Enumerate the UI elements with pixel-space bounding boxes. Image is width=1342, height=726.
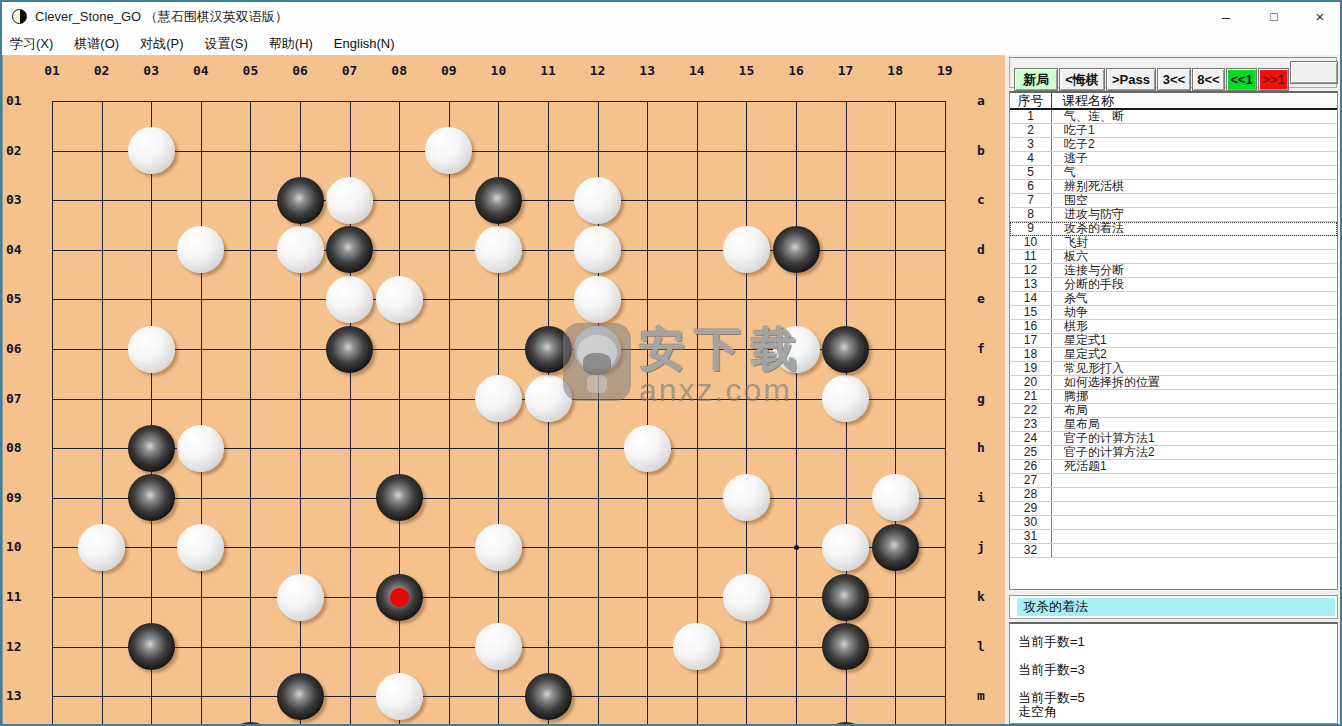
lesson-no: 7 — [1010, 194, 1052, 207]
white-stone[interactable] — [624, 425, 671, 472]
lesson-name: 杀气 — [1052, 292, 1088, 305]
message-line — [1018, 649, 1329, 663]
lesson-row[interactable]: 7围空 — [1010, 194, 1337, 208]
lesson-no: 32 — [1010, 544, 1052, 557]
message-line: 当前手数=1 — [1018, 635, 1329, 649]
grid-line-horizontal — [52, 498, 946, 499]
lesson-row[interactable]: 22布局 — [1010, 404, 1337, 418]
grid-line-horizontal — [52, 597, 946, 598]
lesson-row[interactable]: 29 — [1010, 502, 1337, 516]
col-label: 08 — [386, 63, 412, 78]
row-label-right: b — [971, 143, 991, 158]
white-stone[interactable] — [326, 177, 373, 224]
lesson-name: 吃子1 — [1052, 124, 1095, 137]
row-label-right: j — [971, 539, 991, 554]
lesson-no: 4 — [1010, 152, 1052, 165]
lesson-row[interactable]: 2吃子1 — [1010, 124, 1337, 138]
new-game-button[interactable]: 新局 — [1014, 68, 1058, 91]
lesson-name — [1052, 516, 1064, 529]
star-point — [794, 545, 799, 550]
lesson-no: 8 — [1010, 208, 1052, 221]
lesson-no: 12 — [1010, 264, 1052, 277]
row-label-left: 10 — [6, 539, 30, 554]
black-stone[interactable] — [277, 673, 324, 720]
lesson-row[interactable]: 11板六 — [1010, 250, 1337, 264]
black-stone[interactable] — [525, 326, 572, 373]
grid-line-vertical — [746, 101, 747, 724]
lesson-row[interactable]: 10飞封 — [1010, 236, 1337, 250]
lesson-row[interactable]: 6辨别死活棋 — [1010, 180, 1337, 194]
lesson-no: 10 — [1010, 236, 1052, 249]
lesson-no: 19 — [1010, 362, 1052, 375]
row-label-left: 08 — [6, 440, 30, 455]
row-label-left: 05 — [6, 291, 30, 306]
black-stone[interactable] — [525, 673, 572, 720]
lesson-name: 星定式1 — [1052, 334, 1107, 347]
lesson-name: 围空 — [1052, 194, 1088, 207]
last-move-marker — [390, 588, 409, 607]
go-board[interactable]: 0102030405060708091011121314151617181901… — [2, 55, 1005, 724]
row-label-left: 03 — [6, 192, 30, 207]
back-1-button[interactable]: <<1 — [1226, 68, 1257, 91]
row-label-right: k — [971, 589, 991, 604]
pass-button[interactable]: >Pass — [1106, 68, 1156, 91]
lesson-name: 官子的计算方法1 — [1052, 432, 1155, 445]
lesson-row[interactable]: 18星定式2 — [1010, 348, 1337, 362]
col-label: 19 — [932, 63, 958, 78]
toolbar-spacer — [1290, 61, 1338, 84]
lesson-row[interactable]: 25官子的计算方法2 — [1010, 446, 1337, 460]
lesson-no: 29 — [1010, 502, 1052, 515]
white-stone[interactable] — [177, 226, 224, 273]
lesson-row[interactable]: 30 — [1010, 516, 1337, 530]
white-stone[interactable] — [376, 276, 423, 323]
menu-item[interactable]: 帮助(H) — [261, 32, 321, 55]
menu-item[interactable]: 棋谱(O) — [66, 32, 127, 55]
white-stone[interactable] — [723, 226, 770, 273]
col-label: 04 — [188, 63, 214, 78]
lesson-no: 9 — [1010, 222, 1052, 235]
row-label-left: 02 — [6, 143, 30, 158]
menu-item[interactable]: 对战(P) — [132, 32, 191, 55]
lesson-name: 腾挪 — [1052, 390, 1088, 403]
white-stone[interactable] — [376, 673, 423, 720]
lesson-name: 攻杀的着法 — [1052, 222, 1124, 235]
row-label-right: h — [971, 440, 991, 455]
lesson-name — [1052, 544, 1064, 557]
lesson-no: 26 — [1010, 460, 1052, 473]
col-label: 01 — [39, 63, 65, 78]
toolbar: 新局<悔棋>Pass3<<8<<<<1>>1 — [1009, 57, 1337, 88]
back-3-button[interactable]: 3<< — [1157, 68, 1191, 91]
white-stone[interactable] — [425, 127, 472, 174]
lesson-row[interactable]: 4逃子 — [1010, 152, 1337, 166]
close-button[interactable]: × — [1299, 2, 1341, 32]
row-label-right: l — [971, 639, 991, 654]
lesson-no: 13 — [1010, 278, 1052, 291]
row-label-left: 06 — [6, 341, 30, 356]
lesson-name: 星布局 — [1052, 418, 1100, 431]
row-label-left: 01 — [6, 93, 30, 108]
window-title: Clever_Stone_GO （慧石围棋汉英双语版） — [35, 2, 288, 32]
white-stone[interactable] — [872, 474, 919, 521]
lesson-name — [1052, 488, 1064, 501]
grid-line-vertical — [945, 101, 946, 724]
lesson-name — [1052, 502, 1064, 515]
lesson-no: 21 — [1010, 390, 1052, 403]
menu-item[interactable]: English(N) — [326, 33, 403, 56]
grid-line-vertical — [201, 101, 202, 724]
header-name: 课程名称 — [1052, 93, 1114, 108]
col-label: 17 — [833, 63, 859, 78]
white-stone[interactable] — [574, 326, 621, 373]
white-stone[interactable] — [574, 226, 621, 273]
white-stone[interactable] — [525, 375, 572, 422]
lesson-row[interactable]: 17星定式1 — [1010, 334, 1337, 348]
watermark-subtext: anxz.com — [639, 375, 807, 405]
lesson-name: 劫争 — [1052, 306, 1088, 319]
grid-line-horizontal — [52, 151, 946, 152]
white-stone[interactable] — [475, 226, 522, 273]
grid-line-horizontal — [52, 299, 946, 300]
lesson-no: 18 — [1010, 348, 1052, 361]
black-stone[interactable] — [773, 226, 820, 273]
lesson-no: 24 — [1010, 432, 1052, 445]
row-label-left: 11 — [6, 589, 30, 604]
right-panel: 新局<悔棋>Pass3<<8<<<<1>>1 序号 课程名称 1气、连、断2吃子… — [1007, 55, 1340, 724]
forward-1-button[interactable]: >>1 — [1258, 68, 1289, 91]
grid-line-vertical — [250, 101, 251, 724]
row-label-right: c — [971, 192, 991, 207]
black-stone[interactable] — [326, 226, 373, 273]
black-stone[interactable] — [822, 326, 869, 373]
row-label-right: d — [971, 242, 991, 257]
row-label-right: e — [971, 291, 991, 306]
white-stone[interactable] — [574, 276, 621, 323]
black-stone[interactable] — [475, 177, 522, 224]
undo-button[interactable]: <悔棋 — [1059, 68, 1105, 91]
lesson-name: 死活题1 — [1052, 460, 1107, 473]
lesson-name: 飞封 — [1052, 236, 1088, 249]
current-lesson-label: 攻杀的着法 — [1017, 598, 1335, 616]
lesson-no: 15 — [1010, 306, 1052, 319]
lesson-row[interactable]: 3吃子2 — [1010, 138, 1337, 152]
lesson-no: 22 — [1010, 404, 1052, 417]
message-line: 当前手数=5 — [1018, 691, 1329, 705]
black-stone[interactable] — [822, 722, 869, 724]
black-stone[interactable] — [227, 722, 274, 724]
app-window: Clever_Stone_GO （慧石围棋汉英双语版） – □ × 学习(X)棋… — [0, 0, 1342, 726]
lesson-row[interactable]: 8进攻与防守 — [1010, 208, 1337, 222]
message-line: 当前手数=3 — [1018, 663, 1329, 677]
black-stone[interactable] — [128, 474, 175, 521]
lesson-no: 6 — [1010, 180, 1052, 193]
lesson-table: 序号 课程名称 1气、连、断2吃子13吃子24逃子5气6辨别死活棋7围空8进攻与… — [1009, 91, 1338, 590]
lesson-name: 吃子2 — [1052, 138, 1095, 151]
grid-line-vertical — [449, 101, 450, 724]
grid-line-vertical — [52, 101, 53, 724]
lesson-no: 14 — [1010, 292, 1052, 305]
black-stone[interactable] — [822, 623, 869, 670]
lesson-row[interactable]: 20如何选择拆的位置 — [1010, 376, 1337, 390]
row-label-right: f — [971, 341, 991, 356]
lesson-row[interactable]: 5气 — [1010, 166, 1337, 180]
white-stone[interactable] — [326, 276, 373, 323]
lesson-name — [1052, 530, 1064, 543]
status-box: 攻杀的着法 — [1009, 595, 1338, 619]
row-label-right: m — [971, 688, 991, 703]
grid-line-vertical — [102, 101, 103, 724]
row-label-right: a — [971, 93, 991, 108]
row-label-left: 07 — [6, 391, 30, 406]
lesson-row[interactable]: 32 — [1010, 544, 1337, 558]
lesson-name: 常见形打入 — [1052, 362, 1124, 375]
menu-item[interactable]: 设置(S) — [196, 32, 255, 55]
lesson-no: 27 — [1010, 474, 1052, 487]
white-stone[interactable] — [574, 177, 621, 224]
grid-line-vertical — [895, 101, 896, 724]
lesson-name: 棋形 — [1052, 320, 1088, 333]
row-label-right: g — [971, 391, 991, 406]
grid-line-vertical — [399, 101, 400, 724]
message-line: 走空角 — [1018, 705, 1329, 719]
title-bar: Clever_Stone_GO （慧石围棋汉英双语版） – □ × — [2, 2, 1340, 32]
white-stone[interactable] — [78, 524, 125, 571]
lesson-no: 1 — [1010, 110, 1052, 123]
black-stone[interactable] — [128, 425, 175, 472]
lesson-no: 28 — [1010, 488, 1052, 501]
message-box: 当前手数=1 当前手数=3 当前手数=5走空角 — [1009, 622, 1338, 724]
col-label: 13 — [634, 63, 660, 78]
row-label-left: 04 — [6, 242, 30, 257]
lesson-no: 17 — [1010, 334, 1052, 347]
white-stone[interactable] — [128, 127, 175, 174]
white-stone[interactable] — [277, 226, 324, 273]
lesson-row[interactable]: 27 — [1010, 474, 1337, 488]
message-line — [1018, 677, 1329, 691]
black-stone[interactable] — [872, 524, 919, 571]
white-stone[interactable] — [277, 574, 324, 621]
lesson-no: 25 — [1010, 446, 1052, 459]
col-label: 02 — [89, 63, 115, 78]
white-stone[interactable] — [475, 375, 522, 422]
header-no: 序号 — [1010, 93, 1052, 108]
col-label: 16 — [783, 63, 809, 78]
col-label: 05 — [237, 63, 263, 78]
lesson-name: 逃子 — [1052, 152, 1088, 165]
lesson-row[interactable]: 9攻杀的着法 — [1010, 222, 1337, 236]
col-label: 14 — [684, 63, 710, 78]
minimize-button[interactable]: – — [1205, 2, 1247, 32]
lesson-row[interactable]: 14杀气 — [1010, 292, 1337, 306]
black-stone[interactable] — [326, 326, 373, 373]
lesson-row[interactable]: 28 — [1010, 488, 1337, 502]
white-stone[interactable] — [773, 326, 820, 373]
lesson-name: 板六 — [1052, 250, 1088, 263]
lesson-row[interactable]: 26死活题1 — [1010, 460, 1337, 474]
white-stone[interactable] — [128, 326, 175, 373]
col-label: 10 — [485, 63, 511, 78]
lesson-no: 31 — [1010, 530, 1052, 543]
lesson-row[interactable]: 23星布局 — [1010, 418, 1337, 432]
lesson-no: 2 — [1010, 124, 1052, 137]
col-label: 06 — [287, 63, 313, 78]
lesson-name: 气、连、断 — [1052, 110, 1124, 123]
lesson-no: 3 — [1010, 138, 1052, 151]
black-stone[interactable] — [376, 574, 423, 621]
app-logo-icon — [12, 9, 27, 24]
lesson-row[interactable]: 1气、连、断 — [1010, 110, 1337, 124]
lesson-name: 星定式2 — [1052, 348, 1107, 361]
back-8-button[interactable]: 8<< — [1192, 68, 1225, 91]
lesson-no: 11 — [1010, 250, 1052, 263]
row-label-left: 13 — [6, 688, 30, 703]
lesson-row[interactable]: 19常见形打入 — [1010, 362, 1337, 376]
lesson-row[interactable]: 24官子的计算方法1 — [1010, 432, 1337, 446]
col-label: 12 — [585, 63, 611, 78]
grid-line-vertical — [796, 101, 797, 724]
black-stone[interactable] — [277, 177, 324, 224]
lesson-no: 5 — [1010, 166, 1052, 179]
lesson-name: 气 — [1052, 166, 1076, 179]
lesson-no: 20 — [1010, 376, 1052, 389]
lesson-row[interactable]: 31 — [1010, 530, 1337, 544]
lesson-no: 23 — [1010, 418, 1052, 431]
row-label-right: i — [971, 490, 991, 505]
grid-line-horizontal — [52, 101, 946, 102]
col-label: 11 — [535, 63, 561, 78]
col-label: 09 — [436, 63, 462, 78]
lesson-row[interactable]: 12连接与分断 — [1010, 264, 1337, 278]
col-label: 07 — [337, 63, 363, 78]
lesson-name: 进攻与防守 — [1052, 208, 1124, 221]
white-stone[interactable] — [822, 524, 869, 571]
col-label: 03 — [138, 63, 164, 78]
black-stone[interactable] — [376, 474, 423, 521]
lesson-no: 30 — [1010, 516, 1052, 529]
white-stone[interactable] — [673, 623, 720, 670]
lesson-row[interactable]: 13分断的手段 — [1010, 278, 1337, 292]
row-label-left: 09 — [6, 490, 30, 505]
lesson-name: 分断的手段 — [1052, 278, 1124, 291]
menu-bar: 学习(X)棋谱(O)对战(P)设置(S)帮助(H)English(N) — [2, 32, 1340, 55]
white-stone[interactable] — [177, 524, 224, 571]
lesson-name: 布局 — [1052, 404, 1088, 417]
white-stone[interactable] — [822, 375, 869, 422]
menu-item[interactable]: 学习(X) — [2, 32, 61, 55]
black-stone[interactable] — [128, 623, 175, 670]
white-stone[interactable] — [475, 623, 522, 670]
white-stone[interactable] — [475, 524, 522, 571]
black-stone[interactable] — [822, 574, 869, 621]
lesson-no: 16 — [1010, 320, 1052, 333]
lesson-row[interactable]: 15劫争 — [1010, 306, 1337, 320]
white-stone[interactable] — [723, 574, 770, 621]
lesson-name — [1052, 474, 1064, 487]
lesson-name: 如何选择拆的位置 — [1052, 376, 1160, 389]
lesson-row[interactable]: 16棋形 — [1010, 320, 1337, 334]
grid-line-horizontal — [52, 696, 946, 697]
maximize-button[interactable]: □ — [1253, 2, 1295, 32]
white-stone[interactable] — [177, 425, 224, 472]
lesson-table-header: 序号 课程名称 — [1010, 93, 1337, 110]
lesson-name: 辨别死活棋 — [1052, 180, 1124, 193]
row-label-left: 12 — [6, 639, 30, 654]
col-label: 18 — [882, 63, 908, 78]
col-label: 15 — [733, 63, 759, 78]
white-stone[interactable] — [723, 474, 770, 521]
lesson-row[interactable]: 21腾挪 — [1010, 390, 1337, 404]
lesson-name: 连接与分断 — [1052, 264, 1124, 277]
grid-line-vertical — [647, 101, 648, 724]
lesson-name: 官子的计算方法2 — [1052, 446, 1155, 459]
